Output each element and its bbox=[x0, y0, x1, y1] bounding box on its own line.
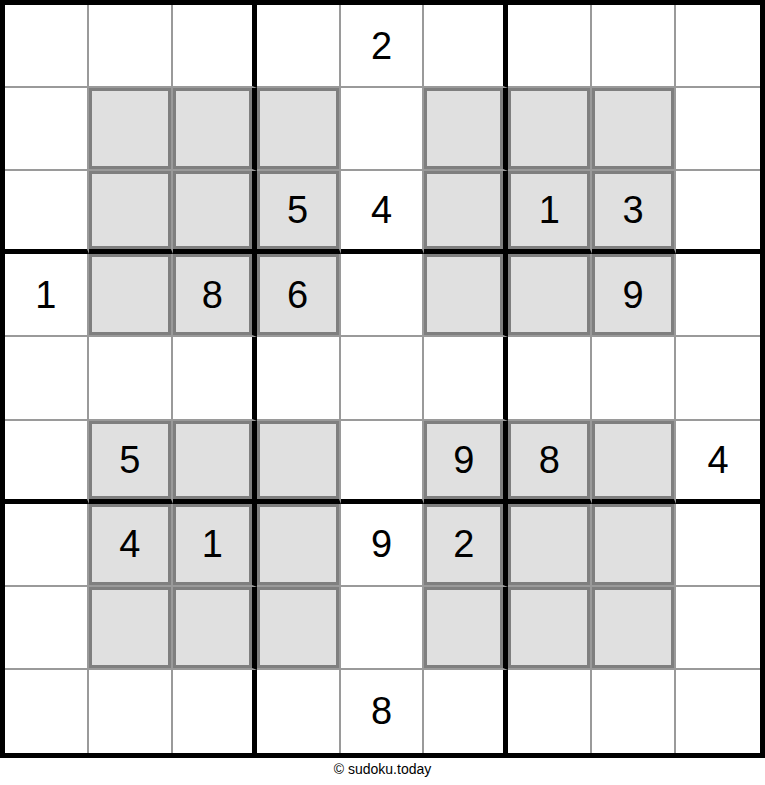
cell-r6c4[interactable] bbox=[257, 421, 341, 504]
cell-r1c3[interactable] bbox=[173, 5, 257, 88]
cell-r6c8[interactable] bbox=[592, 421, 676, 504]
cell-r8c5[interactable] bbox=[341, 587, 425, 670]
cell-r9c7[interactable] bbox=[508, 670, 592, 753]
cell-r2c9[interactable] bbox=[676, 88, 760, 171]
cell-r9c6[interactable] bbox=[424, 670, 508, 753]
cell-r2c5[interactable] bbox=[341, 88, 425, 171]
cell-r7c1[interactable] bbox=[5, 504, 89, 587]
cell-r2c2[interactable] bbox=[89, 88, 173, 171]
given-digit-r6c6[interactable]: 9 bbox=[424, 421, 508, 504]
cell-r3c3[interactable] bbox=[173, 171, 257, 254]
given-digit-r6c9[interactable]: 4 bbox=[676, 421, 760, 504]
cell-r4c6[interactable] bbox=[424, 254, 508, 337]
cell-r4c5[interactable] bbox=[341, 254, 425, 337]
cell-r6c3[interactable] bbox=[173, 421, 257, 504]
cell-r8c3[interactable] bbox=[173, 587, 257, 670]
cell-r9c2[interactable] bbox=[89, 670, 173, 753]
given-digit-r3c8[interactable]: 3 bbox=[592, 171, 676, 254]
cell-r1c2[interactable] bbox=[89, 5, 173, 88]
cell-r5c3[interactable] bbox=[173, 337, 257, 420]
cell-r6c1[interactable] bbox=[5, 421, 89, 504]
cell-r9c1[interactable] bbox=[5, 670, 89, 753]
cell-r5c4[interactable] bbox=[257, 337, 341, 420]
cell-r8c8[interactable] bbox=[592, 587, 676, 670]
cell-r8c1[interactable] bbox=[5, 587, 89, 670]
cell-r4c7[interactable] bbox=[508, 254, 592, 337]
cell-r8c6[interactable] bbox=[424, 587, 508, 670]
given-digit-r7c5[interactable]: 9 bbox=[341, 504, 425, 587]
cell-r5c6[interactable] bbox=[424, 337, 508, 420]
given-digit-r3c7[interactable]: 1 bbox=[508, 171, 592, 254]
cell-r1c1[interactable] bbox=[5, 5, 89, 88]
cell-r7c7[interactable] bbox=[508, 504, 592, 587]
cell-r5c7[interactable] bbox=[508, 337, 592, 420]
cell-r6c5[interactable] bbox=[341, 421, 425, 504]
cell-r2c8[interactable] bbox=[592, 88, 676, 171]
cell-r1c7[interactable] bbox=[508, 5, 592, 88]
cell-r9c8[interactable] bbox=[592, 670, 676, 753]
cell-r7c4[interactable] bbox=[257, 504, 341, 587]
cell-r5c1[interactable] bbox=[5, 337, 89, 420]
cell-r8c2[interactable] bbox=[89, 587, 173, 670]
cell-r3c9[interactable] bbox=[676, 171, 760, 254]
cell-r5c8[interactable] bbox=[592, 337, 676, 420]
cell-r5c9[interactable] bbox=[676, 337, 760, 420]
cell-r7c8[interactable] bbox=[592, 504, 676, 587]
given-digit-r4c1[interactable]: 1 bbox=[5, 254, 89, 337]
given-digit-r9c5[interactable]: 8 bbox=[341, 670, 425, 753]
cell-r4c9[interactable] bbox=[676, 254, 760, 337]
given-digit-r4c4[interactable]: 6 bbox=[257, 254, 341, 337]
given-digit-r7c3[interactable]: 1 bbox=[173, 504, 257, 587]
sudoku-board: 254131869598441928 bbox=[0, 0, 765, 758]
cell-r8c9[interactable] bbox=[676, 587, 760, 670]
cell-r3c2[interactable] bbox=[89, 171, 173, 254]
cell-r9c4[interactable] bbox=[257, 670, 341, 753]
given-digit-r4c8[interactable]: 9 bbox=[592, 254, 676, 337]
given-digit-r1c5[interactable]: 2 bbox=[341, 5, 425, 88]
given-digit-r7c6[interactable]: 2 bbox=[424, 504, 508, 587]
cell-r2c1[interactable] bbox=[5, 88, 89, 171]
given-digit-r7c2[interactable]: 4 bbox=[89, 504, 173, 587]
footer-credit: © sudoku.today bbox=[0, 758, 765, 780]
cell-r1c8[interactable] bbox=[592, 5, 676, 88]
cell-r1c6[interactable] bbox=[424, 5, 508, 88]
cell-r8c4[interactable] bbox=[257, 587, 341, 670]
cell-r4c2[interactable] bbox=[89, 254, 173, 337]
given-digit-r3c4[interactable]: 5 bbox=[257, 171, 341, 254]
cell-r2c3[interactable] bbox=[173, 88, 257, 171]
cell-r2c4[interactable] bbox=[257, 88, 341, 171]
cell-r3c6[interactable] bbox=[424, 171, 508, 254]
cell-r5c2[interactable] bbox=[89, 337, 173, 420]
cell-r9c9[interactable] bbox=[676, 670, 760, 753]
given-digit-r4c3[interactable]: 8 bbox=[173, 254, 257, 337]
cell-r2c7[interactable] bbox=[508, 88, 592, 171]
cell-r9c3[interactable] bbox=[173, 670, 257, 753]
cell-r1c9[interactable] bbox=[676, 5, 760, 88]
given-digit-r3c5[interactable]: 4 bbox=[341, 171, 425, 254]
cell-r8c7[interactable] bbox=[508, 587, 592, 670]
given-digit-r6c7[interactable]: 8 bbox=[508, 421, 592, 504]
cell-r3c1[interactable] bbox=[5, 171, 89, 254]
cell-r5c5[interactable] bbox=[341, 337, 425, 420]
cell-r2c6[interactable] bbox=[424, 88, 508, 171]
cell-r7c9[interactable] bbox=[676, 504, 760, 587]
given-digit-r6c2[interactable]: 5 bbox=[89, 421, 173, 504]
cell-r1c4[interactable] bbox=[257, 5, 341, 88]
